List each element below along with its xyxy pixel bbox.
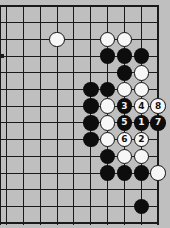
move-number-label: 1 — [138, 118, 144, 127]
grid-line-h — [0, 22, 159, 23]
stone-black-move-1: 1 — [134, 115, 150, 131]
stone-black — [83, 98, 99, 114]
stone-white — [100, 132, 116, 148]
move-number-label: 2 — [138, 135, 144, 144]
go-board: 34851762 — [0, 0, 170, 228]
stone-black — [117, 165, 133, 181]
stone-white-move-6: 6 — [117, 132, 133, 148]
stone-black-move-3: 3 — [117, 98, 133, 114]
stone-black — [100, 149, 116, 165]
grid-line-v — [73, 5, 74, 225]
stone-white — [100, 32, 116, 48]
grid-line-h — [0, 39, 159, 40]
crop-left-border-line — [0, 5, 1, 225]
stone-black — [117, 65, 133, 81]
grid-line-v — [40, 5, 41, 225]
move-number-label: 6 — [121, 135, 127, 144]
move-number-label: 3 — [121, 102, 127, 111]
grid-line-v — [6, 5, 7, 225]
stone-white — [134, 82, 150, 98]
grid-line-v — [23, 5, 24, 225]
stone-white-move-4: 4 — [134, 98, 150, 114]
stone-white — [100, 98, 116, 114]
stone-white — [117, 149, 133, 165]
stone-white-move-2: 2 — [134, 132, 150, 148]
stone-black — [100, 82, 116, 98]
stone-black — [83, 132, 99, 148]
move-number-label: 5 — [121, 118, 127, 127]
stone-black — [134, 165, 150, 181]
stone-white — [134, 65, 150, 81]
grid-line-h — [0, 189, 159, 190]
stone-white — [117, 82, 133, 98]
board-top-edge-line — [0, 5, 159, 7]
stone-white — [134, 149, 150, 165]
stone-black — [83, 82, 99, 98]
move-number-label: 7 — [155, 118, 161, 127]
stone-white-move-8: 8 — [150, 98, 166, 114]
stone-white — [150, 165, 166, 181]
grid-line-h — [0, 222, 159, 225]
stone-black — [100, 165, 116, 181]
stone-black-move-7: 7 — [150, 115, 166, 131]
stone-white — [49, 32, 65, 48]
move-number-label: 4 — [138, 102, 144, 111]
stone-black — [134, 199, 150, 215]
stone-black — [100, 48, 116, 64]
stone-white — [117, 32, 133, 48]
move-number-label: 8 — [155, 102, 161, 111]
stone-black — [134, 48, 150, 64]
stone-white — [100, 115, 116, 131]
star-point-tick — [1, 54, 5, 58]
stone-black — [117, 48, 133, 64]
stone-black — [83, 115, 99, 131]
stone-black-move-5: 5 — [117, 115, 133, 131]
